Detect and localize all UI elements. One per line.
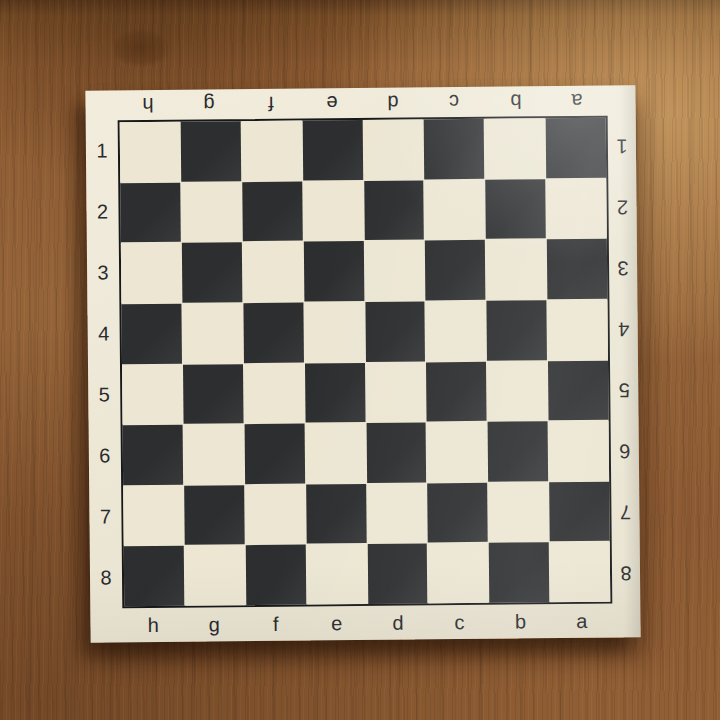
photo-scene: hgfedcba hgfedcba 12345678 12345678 [0, 0, 720, 720]
square-d5 [365, 362, 425, 422]
file-label-bottom-a: a [551, 604, 613, 639]
rank-label-left-3: 3 [87, 242, 120, 303]
square-f5 [244, 363, 304, 423]
rank-label-right-7: 7 [611, 481, 640, 542]
square-b8 [489, 543, 549, 603]
rank-label-right-3: 3 [609, 237, 638, 298]
file-label-bottom-g: g [184, 607, 246, 642]
rank-labels-left: 12345678 [86, 120, 123, 608]
file-label-top-h: h [117, 90, 179, 121]
square-f1 [241, 121, 301, 181]
rank-label-right-6: 6 [611, 420, 640, 481]
file-label-top-b: b [485, 86, 547, 117]
rank-label-left-5: 5 [88, 364, 121, 425]
rank-label-right-5: 5 [610, 359, 639, 420]
square-d8 [367, 544, 427, 604]
rank-labels-right: 12345678 [608, 115, 641, 603]
square-g1 [181, 121, 241, 181]
rank-label-right-4: 4 [609, 298, 638, 359]
square-f8 [245, 545, 305, 605]
file-label-top-f: f [240, 89, 302, 120]
wood-knot [112, 28, 170, 68]
square-d2 [364, 180, 424, 240]
rank-label-right-8: 8 [612, 542, 641, 603]
chessboard [118, 116, 613, 609]
file-label-bottom-c: c [429, 605, 491, 640]
square-h4 [121, 304, 181, 364]
square-h7 [123, 485, 183, 545]
square-c6 [427, 422, 487, 482]
square-e8 [306, 544, 366, 604]
square-d7 [367, 483, 427, 543]
rank-label-left-4: 4 [87, 303, 120, 364]
rank-label-left-2: 2 [86, 181, 119, 242]
square-b4 [487, 300, 547, 360]
rank-label-right-1: 1 [608, 115, 637, 176]
square-b5 [487, 361, 547, 421]
square-d4 [365, 301, 425, 361]
square-d6 [366, 423, 426, 483]
square-d1 [363, 119, 423, 179]
square-c3 [425, 240, 485, 300]
square-c5 [426, 361, 486, 421]
rank-label-left-7: 7 [89, 486, 122, 547]
square-g7 [184, 485, 244, 545]
file-label-bottom-f: f [245, 607, 307, 642]
square-c7 [428, 483, 488, 543]
square-g8 [185, 546, 245, 606]
file-label-top-e: e [301, 88, 363, 119]
square-b6 [488, 421, 548, 481]
square-e3 [303, 241, 363, 301]
square-b2 [485, 179, 545, 239]
square-f6 [244, 424, 304, 484]
square-e7 [306, 484, 366, 544]
square-a1 [546, 118, 606, 178]
square-a8 [550, 542, 610, 602]
square-h6 [123, 425, 183, 485]
file-label-bottom-e: e [306, 606, 368, 641]
file-label-top-a: a [546, 86, 608, 117]
rank-label-left-1: 1 [86, 120, 119, 181]
square-h3 [121, 243, 181, 303]
square-d3 [364, 241, 424, 301]
square-e4 [304, 302, 364, 362]
file-label-top-g: g [179, 89, 241, 120]
square-b3 [486, 239, 546, 299]
square-g3 [182, 242, 242, 302]
square-g4 [182, 303, 242, 363]
square-h2 [120, 182, 180, 242]
square-h8 [124, 546, 184, 606]
square-c8 [428, 543, 488, 603]
square-f4 [243, 302, 303, 362]
square-g5 [183, 364, 243, 424]
square-a3 [547, 239, 607, 299]
square-h1 [120, 122, 180, 182]
file-labels-bottom: hgfedcba [122, 604, 612, 643]
square-c2 [425, 179, 485, 239]
chessboard-sheet: hgfedcba hgfedcba 12345678 12345678 [85, 85, 640, 642]
square-e1 [302, 120, 362, 180]
square-f3 [243, 242, 303, 302]
file-label-bottom-b: b [490, 604, 552, 639]
square-c4 [426, 301, 486, 361]
file-labels-top: hgfedcba [117, 86, 607, 121]
square-f2 [242, 181, 302, 241]
square-e5 [305, 362, 365, 422]
square-a4 [548, 300, 608, 360]
square-a7 [549, 481, 609, 541]
file-label-bottom-h: h [122, 608, 184, 643]
square-e2 [303, 181, 363, 241]
file-label-top-d: d [362, 87, 424, 118]
rank-label-left-8: 8 [90, 547, 123, 608]
rank-label-left-6: 6 [89, 425, 122, 486]
rank-label-right-2: 2 [608, 176, 637, 237]
square-a5 [548, 360, 608, 420]
square-f7 [245, 484, 305, 544]
square-g6 [183, 424, 243, 484]
file-label-top-c: c [424, 87, 486, 118]
square-b7 [488, 482, 548, 542]
square-g2 [181, 182, 241, 242]
square-c1 [424, 119, 484, 179]
file-label-bottom-d: d [367, 605, 429, 640]
square-e6 [305, 423, 365, 483]
square-h5 [122, 364, 182, 424]
square-b1 [485, 118, 545, 178]
square-a2 [546, 178, 606, 238]
square-a6 [549, 421, 609, 481]
